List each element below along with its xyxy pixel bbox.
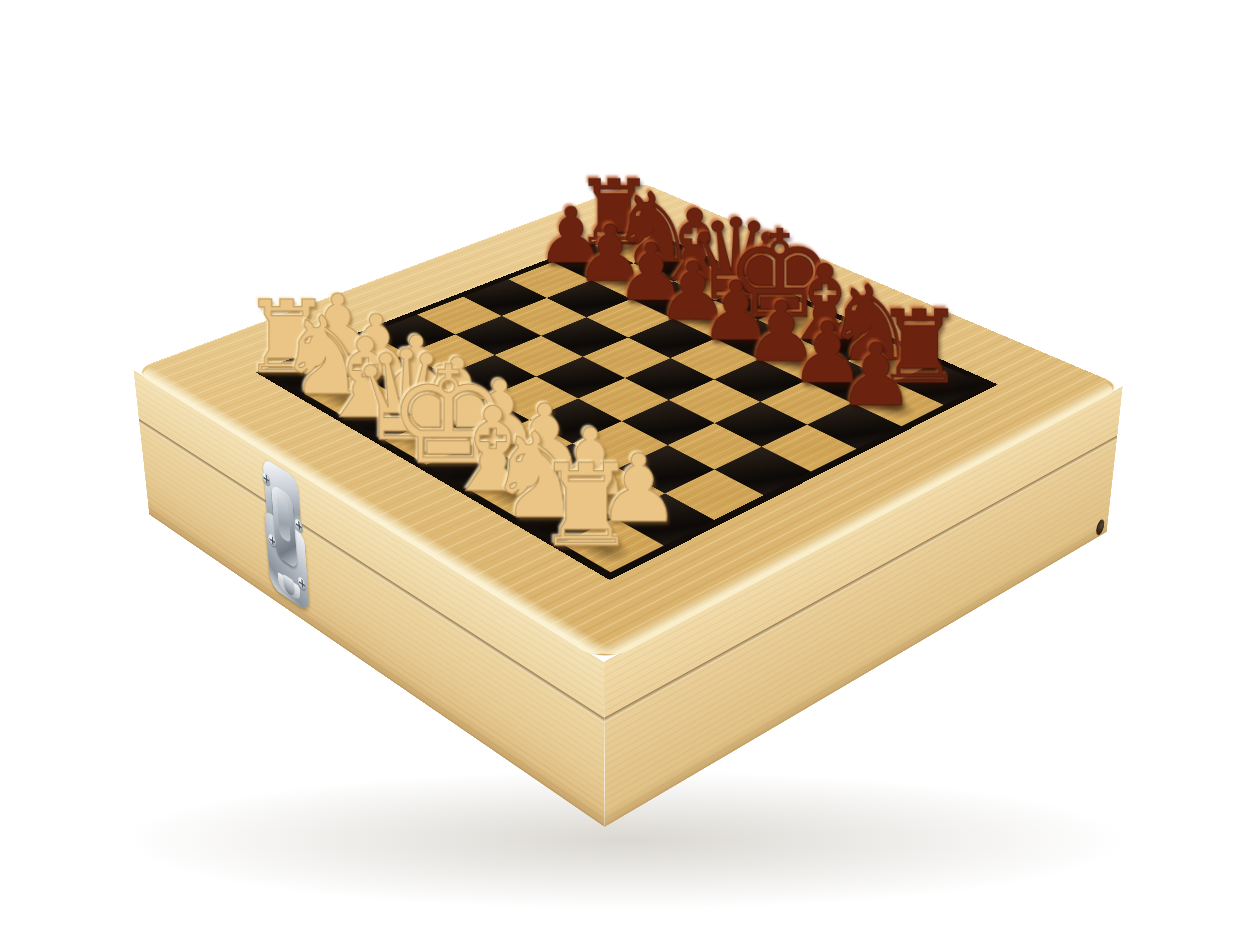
metal-clasp	[260, 455, 310, 616]
square-h5	[762, 425, 857, 472]
square-h1: ♜	[562, 518, 663, 572]
piece-black-pawn: ♟	[814, 337, 938, 415]
product-photo-scene: ♜♞♝♛♚♝♞♜♟♟♟♟♟♟♟♟♟♟♟♟♟♟♟♟♜♞♝♛♚♝♞♜	[0, 0, 1250, 942]
square-h7: ♟	[852, 382, 944, 426]
rubber-foot	[1096, 517, 1105, 537]
piece-white-rook: ♜	[517, 455, 654, 558]
chess-box: ♜♞♝♛♚♝♞♜♟♟♟♟♟♟♟♟♟♟♟♟♟♟♟♟♜♞♝♛♚♝♞♜	[133, 182, 1122, 662]
